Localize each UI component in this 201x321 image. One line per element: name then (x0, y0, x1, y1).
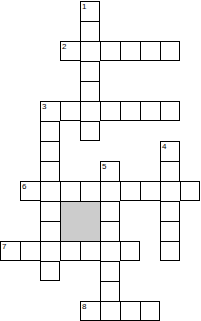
cell-r12c6[interactable] (120, 241, 140, 261)
cell-r5c6[interactable] (120, 101, 140, 121)
cell-r8c5[interactable]: 5 (100, 161, 120, 181)
cell-r10c5[interactable] (100, 201, 120, 221)
cell-r5c2[interactable]: 3 (40, 101, 60, 121)
cell-r6c4[interactable] (80, 121, 100, 141)
cell-r5c7[interactable] (140, 101, 160, 121)
cell-r7c8[interactable]: 4 (160, 141, 180, 161)
cell-r8c8[interactable] (160, 161, 180, 181)
cell-r15c6[interactable] (120, 301, 140, 321)
cell-r13c5[interactable] (100, 261, 120, 281)
cell-r5c3[interactable] (60, 101, 80, 121)
cell-r15c4[interactable]: 8 (80, 301, 100, 321)
cell-r15c7[interactable] (140, 301, 160, 321)
cell-r9c5[interactable] (100, 181, 120, 201)
cell-r2c4[interactable] (80, 41, 100, 61)
cell-r5c8[interactable] (160, 101, 180, 121)
cell-r9c1[interactable]: 6 (20, 181, 40, 201)
cell-r1c4[interactable] (80, 21, 100, 41)
clue-number-4: 4 (162, 142, 166, 151)
cell-r12c0[interactable]: 7 (0, 241, 20, 261)
cell-r12c1[interactable] (20, 241, 40, 261)
crossword-puzzle: 12345678 (0, 0, 201, 321)
clue-number-1: 1 (82, 2, 86, 11)
cell-r9c7[interactable] (140, 181, 160, 201)
cell-r11c8[interactable] (160, 221, 180, 241)
cell-r9c6[interactable] (120, 181, 140, 201)
cell-r9c2[interactable] (40, 181, 60, 201)
cell-r12c8[interactable] (160, 241, 180, 261)
cell-r12c5[interactable] (100, 241, 120, 261)
cell-r8c2[interactable] (40, 161, 60, 181)
gray-block (60, 201, 100, 241)
clue-number-8: 8 (82, 302, 86, 311)
cell-r7c2[interactable] (40, 141, 60, 161)
cell-r9c8[interactable] (160, 181, 180, 201)
cell-r9c9[interactable] (180, 181, 200, 201)
cell-r9c4[interactable] (80, 181, 100, 201)
clue-number-2: 2 (62, 42, 66, 51)
clue-number-3: 3 (42, 102, 46, 111)
cell-r12c4[interactable] (80, 241, 100, 261)
cell-r2c6[interactable] (120, 41, 140, 61)
cell-r3c4[interactable] (80, 61, 100, 81)
cell-r6c2[interactable] (40, 121, 60, 141)
crossword-board: 12345678 (0, 1, 200, 321)
cell-r2c7[interactable] (140, 41, 160, 61)
cell-r5c4[interactable] (80, 101, 100, 121)
cell-r2c3[interactable]: 2 (60, 41, 80, 61)
clue-number-5: 5 (102, 162, 106, 171)
cell-r9c3[interactable] (60, 181, 80, 201)
cell-r10c8[interactable] (160, 201, 180, 221)
cell-r2c5[interactable] (100, 41, 120, 61)
clue-number-6: 6 (22, 182, 26, 191)
cell-r13c2[interactable] (40, 261, 60, 281)
cell-r11c5[interactable] (100, 221, 120, 241)
cell-r4c4[interactable] (80, 81, 100, 101)
cell-r12c3[interactable] (60, 241, 80, 261)
cell-r14c5[interactable] (100, 281, 120, 301)
cell-r12c2[interactable] (40, 241, 60, 261)
cell-r2c8[interactable] (160, 41, 180, 61)
cell-r15c5[interactable] (100, 301, 120, 321)
clue-number-7: 7 (2, 242, 6, 251)
cell-r10c2[interactable] (40, 201, 60, 221)
cell-r0c4[interactable]: 1 (80, 1, 100, 21)
cell-r5c5[interactable] (100, 101, 120, 121)
cell-r11c2[interactable] (40, 221, 60, 241)
